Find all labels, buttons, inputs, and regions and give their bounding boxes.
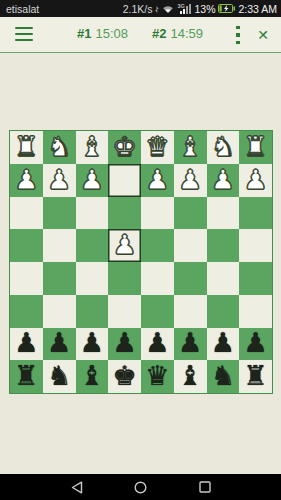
game2-time: 14:59 [170, 26, 203, 41]
white-pawn: ♟ [211, 166, 235, 193]
game1-time: 15:08 [95, 26, 128, 41]
board-square[interactable]: ♟ [207, 328, 240, 361]
board-square[interactable]: ♟ [10, 164, 43, 197]
white-pawn: ♟ [14, 166, 38, 193]
board-square[interactable] [76, 229, 109, 262]
black-pawn: ♟ [145, 329, 169, 356]
wifi-icon [155, 4, 174, 14]
board-square[interactable] [108, 295, 141, 328]
board-square[interactable]: ♟ [76, 328, 109, 361]
hamburger-menu-button[interactable] [15, 27, 33, 41]
board-square[interactable]: ♞ [207, 360, 240, 393]
board-square[interactable] [141, 295, 174, 328]
board-square[interactable]: ♞ [43, 131, 76, 164]
board-square[interactable] [10, 295, 43, 328]
status-bar: etisalat 2.1K/s 3G 13% [0, 0, 281, 17]
board-square[interactable]: ♚ [108, 131, 141, 164]
board-square[interactable] [174, 262, 207, 295]
board-square[interactable] [10, 197, 43, 230]
overflow-menu-button[interactable] [233, 26, 243, 44]
black-knight: ♞ [211, 362, 235, 389]
board-square[interactable] [141, 197, 174, 230]
white-knight: ♞ [47, 133, 71, 160]
board-square[interactable] [43, 295, 76, 328]
board-square[interactable]: ♟ [174, 328, 207, 361]
back-button[interactable] [70, 481, 83, 494]
network-speed-label: 2.1K/s [123, 3, 153, 15]
game2-label: #2 [152, 26, 166, 41]
white-pawn: ♟ [178, 166, 202, 193]
white-pawn: ♟ [244, 166, 268, 193]
white-rook: ♜ [14, 133, 38, 160]
board-square[interactable] [239, 197, 272, 230]
cellular-signal-icon: 3G [177, 3, 191, 15]
board-square[interactable]: ♟ [108, 328, 141, 361]
white-queen: ♛ [145, 133, 169, 160]
black-bishop: ♝ [178, 362, 202, 389]
board-square[interactable]: ♝ [174, 131, 207, 164]
board-square[interactable] [174, 295, 207, 328]
board-square[interactable] [141, 229, 174, 262]
battery-icon [218, 4, 235, 13]
board-square[interactable]: ♛ [141, 131, 174, 164]
board-square[interactable] [207, 295, 240, 328]
board-square[interactable] [174, 229, 207, 262]
board-square[interactable]: ♜ [10, 131, 43, 164]
board-square[interactable]: ♟ [76, 164, 109, 197]
black-pawn: ♟ [178, 329, 202, 356]
black-pawn: ♟ [14, 329, 38, 356]
board-square[interactable] [207, 197, 240, 230]
recents-button[interactable] [198, 481, 211, 494]
game1-label: #1 [77, 26, 91, 41]
status-clock-label: 2:33 AM [238, 3, 277, 15]
home-button[interactable] [134, 481, 147, 494]
board-square[interactable] [10, 229, 43, 262]
board-square[interactable] [108, 262, 141, 295]
board-square[interactable]: ♟ [239, 328, 272, 361]
white-pawn: ♟ [80, 166, 104, 193]
black-rook: ♜ [14, 362, 38, 389]
game2-clock[interactable]: #214:59 [152, 26, 203, 41]
board-square[interactable] [76, 262, 109, 295]
board-square[interactable] [207, 262, 240, 295]
board-square[interactable]: ♛ [141, 360, 174, 393]
board-square[interactable]: ♟ [174, 164, 207, 197]
board-square[interactable]: ♜ [239, 131, 272, 164]
android-nav-bar [0, 474, 281, 500]
white-pawn: ♟ [47, 166, 71, 193]
carrier-label: etisalat [6, 3, 39, 15]
board-square[interactable]: ♟ [141, 328, 174, 361]
board-square[interactable]: ♟ [239, 164, 272, 197]
white-knight: ♞ [211, 133, 235, 160]
board-square[interactable]: ♝ [76, 360, 109, 393]
white-bishop: ♝ [178, 133, 202, 160]
board-square[interactable] [10, 262, 43, 295]
board-square[interactable]: ♟ [10, 328, 43, 361]
board-square[interactable]: ♜ [239, 360, 272, 393]
board-square[interactable]: ♟ [108, 229, 141, 262]
white-bishop: ♝ [80, 133, 104, 160]
white-pawn: ♟ [113, 231, 137, 258]
board-square[interactable]: ♟ [43, 328, 76, 361]
board-square[interactable]: ♟ [207, 164, 240, 197]
black-queen: ♛ [145, 362, 169, 389]
board-square[interactable]: ♝ [76, 131, 109, 164]
toolbar: #115:08 #214:59 ✕ [0, 17, 281, 53]
black-knight: ♞ [47, 362, 71, 389]
board-square[interactable] [207, 229, 240, 262]
black-pawn: ♟ [211, 329, 235, 356]
black-king: ♚ [113, 362, 137, 389]
board-square[interactable]: ♝ [174, 360, 207, 393]
black-bishop: ♝ [80, 362, 104, 389]
board-square[interactable] [108, 197, 141, 230]
board-square[interactable]: ♞ [43, 360, 76, 393]
board-square[interactable] [108, 164, 141, 197]
board-square[interactable] [239, 229, 272, 262]
board-square[interactable] [43, 197, 76, 230]
board-square[interactable]: ♟ [43, 164, 76, 197]
board-square[interactable] [76, 197, 109, 230]
board-square[interactable] [141, 262, 174, 295]
game1-clock[interactable]: #115:08 [77, 26, 128, 41]
black-rook: ♜ [244, 362, 268, 389]
board-square[interactable]: ♞ [207, 131, 240, 164]
board-square[interactable] [43, 229, 76, 262]
board-square[interactable] [76, 295, 109, 328]
board-square[interactable] [43, 262, 76, 295]
white-king: ♚ [113, 133, 137, 160]
board-square[interactable]: ♟ [141, 164, 174, 197]
black-pawn: ♟ [113, 329, 137, 356]
battery-percent-label: 13% [194, 3, 215, 15]
board-square[interactable] [174, 197, 207, 230]
white-pawn: ♟ [145, 166, 169, 193]
board-square[interactable]: ♜ [10, 360, 43, 393]
chess-board: ♜♞♝♚♛♝♞♜♟♟♟♟♟♟♟♟♟♟♟♟♟♟♟♟♜♞♝♚♛♝♞♜ [9, 130, 273, 394]
board-square[interactable] [239, 295, 272, 328]
board-square[interactable] [239, 262, 272, 295]
black-pawn: ♟ [80, 329, 104, 356]
close-button[interactable]: ✕ [254, 25, 272, 45]
black-pawn: ♟ [47, 329, 71, 356]
white-rook: ♜ [244, 133, 268, 160]
board-square[interactable]: ♚ [108, 360, 141, 393]
black-pawn: ♟ [244, 329, 268, 356]
